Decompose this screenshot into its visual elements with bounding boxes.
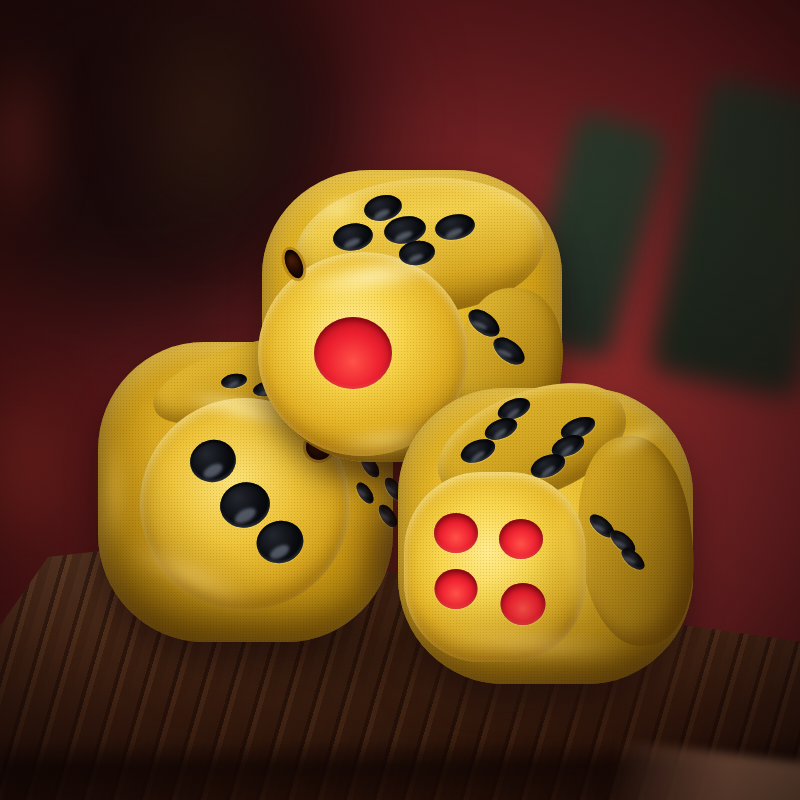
top-die-top-pip xyxy=(331,220,375,254)
right-die-front-pip xyxy=(501,583,546,625)
left-die-top-pip xyxy=(220,372,248,390)
background-red-glow-left xyxy=(0,368,70,568)
blurred-green-object-right xyxy=(648,76,800,401)
right-die-front-pip xyxy=(434,513,478,553)
top-die-top-pip xyxy=(433,211,477,243)
background-red-glow-top xyxy=(0,30,50,240)
left-die-front-pip xyxy=(185,435,240,487)
photo-scene xyxy=(0,0,800,800)
top-die-left-edge-hole xyxy=(281,247,307,281)
right-die xyxy=(398,388,693,684)
left-die-right-pip xyxy=(353,480,377,507)
right-die-pips xyxy=(398,388,693,684)
right-die-front-pip xyxy=(435,569,478,609)
right-die-front-pip xyxy=(499,519,543,559)
left-die-right-pip xyxy=(375,502,401,531)
top-die-front-pip xyxy=(314,317,392,389)
left-die-front-pip xyxy=(252,516,308,569)
top-die-right-pip xyxy=(489,332,530,370)
